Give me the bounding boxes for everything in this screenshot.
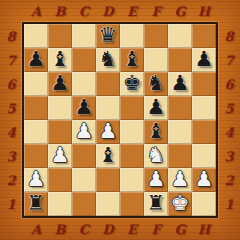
rank-label-1: 1	[0, 192, 22, 216]
square-f2[interactable]: ♟	[144, 168, 168, 192]
square-c2[interactable]	[72, 168, 96, 192]
square-c5[interactable]: ♟	[72, 96, 96, 120]
piece-white-pawn[interactable]: ♟	[195, 167, 214, 191]
square-g1[interactable]: ♚	[168, 192, 192, 216]
file-label-e: E	[120, 218, 144, 240]
square-g3[interactable]	[168, 144, 192, 168]
square-g6[interactable]: ♟	[168, 72, 192, 96]
square-d2[interactable]	[96, 168, 120, 192]
square-c4[interactable]: ♟	[72, 120, 96, 144]
square-e2[interactable]	[120, 168, 144, 192]
piece-black-knight[interactable]: ♞	[147, 71, 166, 95]
piece-black-pawn[interactable]: ♟	[195, 47, 214, 71]
square-a5[interactable]	[24, 96, 48, 120]
square-h7[interactable]: ♟	[192, 48, 216, 72]
square-d4[interactable]: ♟	[96, 120, 120, 144]
square-g5[interactable]	[168, 96, 192, 120]
file-labels-top: ABCDEFGH	[24, 0, 216, 22]
square-b5[interactable]	[48, 96, 72, 120]
piece-black-bishop[interactable]: ♝	[147, 119, 166, 143]
square-e4[interactable]	[120, 120, 144, 144]
square-e8[interactable]	[120, 24, 144, 48]
rank-label-3: 3	[218, 144, 240, 168]
piece-white-pawn[interactable]: ♟	[51, 143, 70, 167]
square-g4[interactable]	[168, 120, 192, 144]
square-f3[interactable]: ♞	[144, 144, 168, 168]
rank-label-4: 4	[0, 120, 22, 144]
rank-label-6: 6	[218, 72, 240, 96]
file-label-b: B	[48, 0, 72, 22]
rank-label-6: 6	[0, 72, 22, 96]
square-b2[interactable]	[48, 168, 72, 192]
square-e5[interactable]	[120, 96, 144, 120]
rank-label-4: 4	[218, 120, 240, 144]
piece-black-rook[interactable]: ♜	[27, 191, 46, 215]
file-label-g: G	[168, 0, 192, 22]
file-label-b: B	[48, 218, 72, 240]
square-f6[interactable]: ♞	[144, 72, 168, 96]
square-b8[interactable]	[48, 24, 72, 48]
file-label-c: C	[72, 218, 96, 240]
square-c7[interactable]	[72, 48, 96, 72]
piece-white-pawn[interactable]: ♟	[75, 119, 94, 143]
square-f1[interactable]: ♜	[144, 192, 168, 216]
square-b4[interactable]	[48, 120, 72, 144]
square-f4[interactable]: ♝	[144, 120, 168, 144]
chess-board-window: ABCDEFGH ABCDEFGH 87654321 87654321 ♛♟♝♞…	[0, 0, 240, 240]
piece-black-bishop[interactable]: ♝	[123, 47, 142, 71]
square-h1[interactable]	[192, 192, 216, 216]
file-label-d: D	[96, 218, 120, 240]
square-a8[interactable]	[24, 24, 48, 48]
square-f5[interactable]: ♟	[144, 96, 168, 120]
piece-black-bishop[interactable]: ♝	[51, 47, 70, 71]
square-b3[interactable]: ♟	[48, 144, 72, 168]
file-label-f: F	[144, 0, 168, 22]
rank-label-1: 1	[218, 192, 240, 216]
square-a2[interactable]: ♟	[24, 168, 48, 192]
square-d7[interactable]: ♞	[96, 48, 120, 72]
square-h6[interactable]	[192, 72, 216, 96]
square-d5[interactable]	[96, 96, 120, 120]
piece-white-knight[interactable]: ♞	[147, 143, 166, 167]
piece-white-pawn[interactable]: ♟	[147, 167, 166, 191]
square-c1[interactable]	[72, 192, 96, 216]
square-d8[interactable]: ♛	[96, 24, 120, 48]
file-label-a: A	[24, 218, 48, 240]
square-d1[interactable]	[96, 192, 120, 216]
square-b6[interactable]: ♟	[48, 72, 72, 96]
rank-label-7: 7	[0, 48, 22, 72]
square-c8[interactable]	[72, 24, 96, 48]
file-label-c: C	[72, 0, 96, 22]
rank-labels-right: 87654321	[218, 24, 240, 216]
piece-black-queen[interactable]: ♛	[99, 23, 118, 47]
square-d3[interactable]: ♝	[96, 144, 120, 168]
file-label-g: G	[168, 218, 192, 240]
rank-label-7: 7	[218, 48, 240, 72]
file-label-f: F	[144, 218, 168, 240]
piece-black-pawn[interactable]: ♟	[171, 71, 190, 95]
piece-white-king[interactable]: ♚	[171, 191, 190, 215]
file-label-h: H	[192, 218, 216, 240]
square-f8[interactable]	[144, 24, 168, 48]
piece-black-pawn[interactable]: ♟	[51, 71, 70, 95]
piece-white-pawn[interactable]: ♟	[171, 167, 190, 191]
piece-black-rook[interactable]: ♜	[147, 191, 166, 215]
file-label-h: H	[192, 0, 216, 22]
file-label-e: E	[120, 0, 144, 22]
square-e7[interactable]: ♝	[120, 48, 144, 72]
square-h8[interactable]	[192, 24, 216, 48]
rank-label-3: 3	[0, 144, 22, 168]
rank-label-2: 2	[218, 168, 240, 192]
piece-white-pawn[interactable]: ♟	[27, 167, 46, 191]
file-labels-bottom: ABCDEFGH	[24, 218, 216, 240]
square-g8[interactable]	[168, 24, 192, 48]
square-g7[interactable]	[168, 48, 192, 72]
rank-label-8: 8	[0, 24, 22, 48]
square-b1[interactable]	[48, 192, 72, 216]
square-h4[interactable]	[192, 120, 216, 144]
piece-black-bishop[interactable]: ♝	[99, 143, 118, 167]
square-a3[interactable]	[24, 144, 48, 168]
square-c6[interactable]	[72, 72, 96, 96]
piece-black-king[interactable]: ♚	[123, 71, 142, 95]
square-e1[interactable]	[120, 192, 144, 216]
square-a7[interactable]: ♟	[24, 48, 48, 72]
rank-label-8: 8	[218, 24, 240, 48]
piece-black-pawn[interactable]: ♟	[147, 95, 166, 119]
square-d6[interactable]	[96, 72, 120, 96]
square-b7[interactable]: ♝	[48, 48, 72, 72]
rank-label-5: 5	[218, 96, 240, 120]
square-e3[interactable]	[120, 144, 144, 168]
square-h3[interactable]	[192, 144, 216, 168]
piece-black-pawn[interactable]: ♟	[27, 47, 46, 71]
square-e6[interactable]: ♚	[120, 72, 144, 96]
square-a6[interactable]	[24, 72, 48, 96]
piece-black-knight[interactable]: ♞	[99, 47, 118, 71]
square-f7[interactable]	[144, 48, 168, 72]
file-label-d: D	[96, 0, 120, 22]
chess-board: ♛♟♝♞♝♟♟♚♞♟♟♟♟♟♝♟♝♞♟♟♟♟♜♜♚	[22, 22, 218, 218]
piece-white-pawn[interactable]: ♟	[99, 119, 118, 143]
piece-black-pawn[interactable]: ♟	[75, 95, 94, 119]
square-h2[interactable]: ♟	[192, 168, 216, 192]
square-c3[interactable]	[72, 144, 96, 168]
rank-label-2: 2	[0, 168, 22, 192]
square-h5[interactable]	[192, 96, 216, 120]
square-g2[interactable]: ♟	[168, 168, 192, 192]
square-a4[interactable]	[24, 120, 48, 144]
rank-label-5: 5	[0, 96, 22, 120]
rank-labels-left: 87654321	[0, 24, 22, 216]
square-a1[interactable]: ♜	[24, 192, 48, 216]
file-label-a: A	[24, 0, 48, 22]
